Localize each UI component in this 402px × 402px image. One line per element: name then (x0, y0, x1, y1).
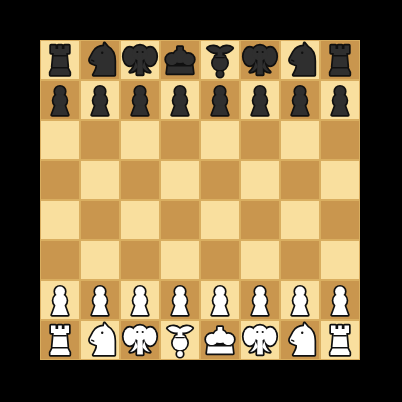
square-a4[interactable] (40, 200, 80, 240)
piece-black-pawn[interactable] (160, 80, 200, 120)
square-e1[interactable] (200, 320, 240, 360)
square-f2[interactable] (240, 280, 280, 320)
chess-board (40, 40, 360, 360)
square-f6[interactable] (240, 120, 280, 160)
square-h6[interactable] (320, 120, 360, 160)
piece-black-pawn[interactable] (280, 80, 320, 120)
piece-black-pawn[interactable] (120, 80, 160, 120)
piece-white-elephant[interactable] (240, 320, 280, 360)
square-g5[interactable] (280, 160, 320, 200)
piece-black-ferz[interactable] (200, 40, 240, 80)
square-b3[interactable] (80, 240, 120, 280)
square-b2[interactable] (80, 280, 120, 320)
square-g6[interactable] (280, 120, 320, 160)
piece-white-king[interactable] (200, 320, 240, 360)
piece-white-knight[interactable] (80, 320, 120, 360)
piece-black-pawn[interactable] (320, 80, 360, 120)
square-c4[interactable] (120, 200, 160, 240)
square-c2[interactable] (120, 280, 160, 320)
piece-black-pawn[interactable] (240, 80, 280, 120)
piece-white-pawn[interactable] (320, 280, 360, 320)
square-c6[interactable] (120, 120, 160, 160)
square-f3[interactable] (240, 240, 280, 280)
square-e2[interactable] (200, 280, 240, 320)
square-c8[interactable] (120, 40, 160, 80)
piece-black-knight[interactable] (80, 40, 120, 80)
square-c3[interactable] (120, 240, 160, 280)
square-h7[interactable] (320, 80, 360, 120)
square-e6[interactable] (200, 120, 240, 160)
square-h8[interactable] (320, 40, 360, 80)
square-g4[interactable] (280, 200, 320, 240)
square-h4[interactable] (320, 200, 360, 240)
piece-black-knight[interactable] (280, 40, 320, 80)
piece-black-pawn[interactable] (40, 80, 80, 120)
square-d3[interactable] (160, 240, 200, 280)
square-h2[interactable] (320, 280, 360, 320)
square-b6[interactable] (80, 120, 120, 160)
piece-black-rook[interactable] (40, 40, 80, 80)
square-d2[interactable] (160, 280, 200, 320)
piece-white-pawn[interactable] (200, 280, 240, 320)
page-background (0, 0, 402, 402)
square-f5[interactable] (240, 160, 280, 200)
square-f1[interactable] (240, 320, 280, 360)
square-h5[interactable] (320, 160, 360, 200)
square-g1[interactable] (280, 320, 320, 360)
square-d6[interactable] (160, 120, 200, 160)
square-d8[interactable] (160, 40, 200, 80)
square-d1[interactable] (160, 320, 200, 360)
square-b5[interactable] (80, 160, 120, 200)
piece-white-rook[interactable] (40, 320, 80, 360)
square-f4[interactable] (240, 200, 280, 240)
square-a6[interactable] (40, 120, 80, 160)
square-a2[interactable] (40, 280, 80, 320)
piece-white-elephant[interactable] (120, 320, 160, 360)
square-h1[interactable] (320, 320, 360, 360)
square-d7[interactable] (160, 80, 200, 120)
square-g2[interactable] (280, 280, 320, 320)
square-c1[interactable] (120, 320, 160, 360)
square-c7[interactable] (120, 80, 160, 120)
square-d4[interactable] (160, 200, 200, 240)
square-f8[interactable] (240, 40, 280, 80)
piece-black-elephant[interactable] (120, 40, 160, 80)
square-e8[interactable] (200, 40, 240, 80)
piece-white-ferz[interactable] (160, 320, 200, 360)
piece-black-rook[interactable] (320, 40, 360, 80)
square-h3[interactable] (320, 240, 360, 280)
piece-black-pawn[interactable] (80, 80, 120, 120)
square-d5[interactable] (160, 160, 200, 200)
square-g7[interactable] (280, 80, 320, 120)
square-e3[interactable] (200, 240, 240, 280)
square-b8[interactable] (80, 40, 120, 80)
piece-black-king[interactable] (160, 40, 200, 80)
square-g3[interactable] (280, 240, 320, 280)
piece-white-rook[interactable] (320, 320, 360, 360)
piece-black-elephant[interactable] (240, 40, 280, 80)
piece-white-pawn[interactable] (120, 280, 160, 320)
square-g8[interactable] (280, 40, 320, 80)
piece-black-pawn[interactable] (200, 80, 240, 120)
square-a1[interactable] (40, 320, 80, 360)
piece-white-knight[interactable] (280, 320, 320, 360)
square-e4[interactable] (200, 200, 240, 240)
square-a7[interactable] (40, 80, 80, 120)
square-b4[interactable] (80, 200, 120, 240)
square-a5[interactable] (40, 160, 80, 200)
piece-white-pawn[interactable] (40, 280, 80, 320)
piece-white-pawn[interactable] (160, 280, 200, 320)
square-f7[interactable] (240, 80, 280, 120)
piece-white-pawn[interactable] (280, 280, 320, 320)
square-e7[interactable] (200, 80, 240, 120)
square-b1[interactable] (80, 320, 120, 360)
square-b7[interactable] (80, 80, 120, 120)
square-a3[interactable] (40, 240, 80, 280)
square-c5[interactable] (120, 160, 160, 200)
piece-white-pawn[interactable] (240, 280, 280, 320)
square-a8[interactable] (40, 40, 80, 80)
piece-white-pawn[interactable] (80, 280, 120, 320)
square-e5[interactable] (200, 160, 240, 200)
